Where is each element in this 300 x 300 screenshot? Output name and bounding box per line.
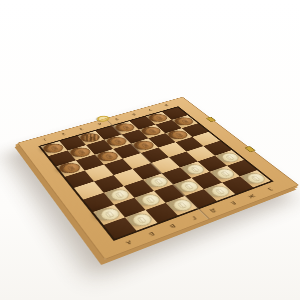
light-man-glyph: ⛀ bbox=[131, 214, 153, 226]
hinge-icon bbox=[206, 117, 216, 122]
light-man-glyph: ⛀ bbox=[140, 195, 161, 206]
light-man-glyph: ⛀ bbox=[110, 190, 131, 201]
light-man-glyph: ⛀ bbox=[99, 209, 121, 221]
file-label: Е bbox=[221, 195, 247, 212]
photo-background: ⛂⛀⛀⛂⛂⛀⛂⛀⛀⛂⛂⛀⛂⛀⛀⛂⛂⛀⛂⛀⛀⛂⛂⛀ ЗЖЕДГВБА 876543… bbox=[0, 0, 300, 300]
light-man-glyph: ⛀ bbox=[221, 153, 240, 162]
file-label: Г bbox=[181, 209, 207, 227]
file-label: А bbox=[117, 233, 143, 253]
hinge-icon bbox=[245, 146, 256, 152]
checkers-board: ⛂⛀⛀⛂⛂⛀⛂⛀⛀⛂⛂⛀⛂⛀⛀⛂⛂⛀⛂⛀⛀⛂⛂⛀ ЗЖЕДГВБА 876543… bbox=[17, 97, 299, 260]
file-label: Д bbox=[201, 202, 227, 219]
file-label: Б bbox=[139, 225, 165, 244]
light-man-glyph: ⛀ bbox=[172, 200, 193, 211]
dark-man-glyph: ⛂ bbox=[171, 131, 189, 139]
file-label: Ж bbox=[240, 188, 266, 204]
light-man-glyph: ⛀ bbox=[216, 169, 236, 179]
light-man-glyph: ⛀ bbox=[186, 165, 206, 174]
light-man-glyph: ⛀ bbox=[149, 177, 169, 187]
light-man-glyph: ⛀ bbox=[210, 186, 231, 197]
light-man-glyph: ⛀ bbox=[179, 181, 199, 191]
light-man-glyph: ⛀ bbox=[246, 173, 266, 183]
file-label: В bbox=[160, 217, 186, 236]
file-label: З bbox=[258, 181, 283, 197]
